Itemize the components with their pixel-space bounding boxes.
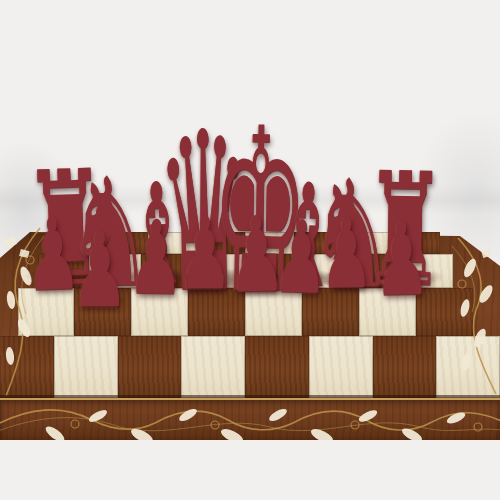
vine-inlay-front-svg <box>0 400 500 440</box>
border-inlay-right <box>450 238 500 396</box>
piece-pawn-h7[interactable]: ♟ <box>373 208 431 311</box>
bone-leaf <box>459 298 471 317</box>
vine-curl <box>458 280 466 288</box>
bone-leaf <box>219 426 245 440</box>
bone-chip <box>481 249 492 258</box>
vine-curl <box>71 420 79 428</box>
square-e5[interactable] <box>245 336 309 398</box>
bone-leaf <box>5 347 15 366</box>
bone-chip <box>4 236 17 247</box>
bone-leaf <box>177 407 198 424</box>
bone-leaf <box>460 352 471 371</box>
border-inlay-front <box>0 398 500 440</box>
rank-5 <box>0 336 500 398</box>
bone-leaf <box>43 424 66 440</box>
square-c5[interactable] <box>118 336 182 398</box>
piece-pawn-d7[interactable]: ♟ <box>177 204 233 304</box>
bone-leaf <box>400 426 424 440</box>
bone-leaf <box>462 257 479 279</box>
piece-pawn-b7[interactable]: ♟ <box>71 218 129 322</box>
vine-inlay-right-svg <box>450 238 500 396</box>
bone-leaf <box>6 291 16 310</box>
photo-stage: ♜♞♝♛♚♝♞♜♟♟♟♟♟♟♟♟ <box>0 0 500 500</box>
bone-leaf <box>267 407 288 424</box>
square-g5[interactable] <box>373 336 437 398</box>
square-d5[interactable] <box>181 336 245 398</box>
square-b5[interactable] <box>54 336 118 398</box>
square-f5[interactable] <box>309 336 373 398</box>
piece-pawn-g7[interactable]: ♟ <box>320 205 374 302</box>
bone-leaf <box>87 408 108 424</box>
